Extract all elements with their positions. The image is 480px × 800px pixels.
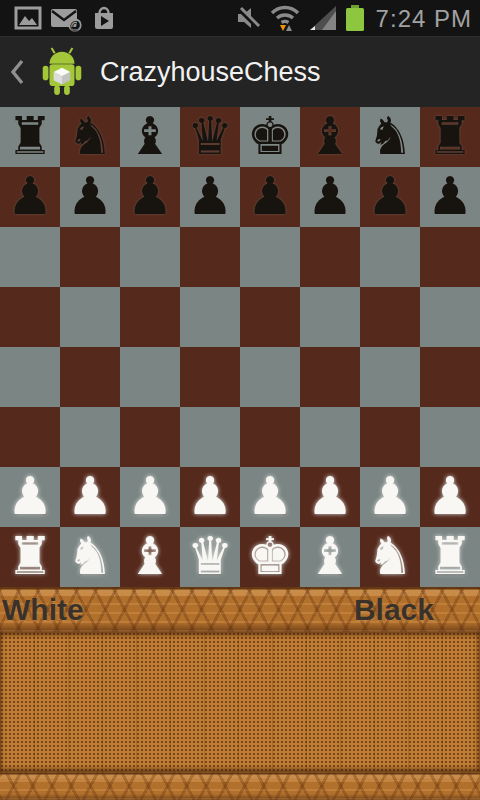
- square-a8[interactable]: ♜: [0, 107, 60, 167]
- square-b4[interactable]: [60, 347, 120, 407]
- square-h8[interactable]: ♜: [420, 107, 480, 167]
- square-b6[interactable]: [60, 227, 120, 287]
- square-e3[interactable]: [240, 407, 300, 467]
- square-f2[interactable]: ♟: [300, 467, 360, 527]
- square-c5[interactable]: [120, 287, 180, 347]
- app-icon[interactable]: [40, 47, 84, 97]
- square-h3[interactable]: [420, 407, 480, 467]
- square-g4[interactable]: [360, 347, 420, 407]
- black-pawn: ♟: [120, 167, 180, 227]
- square-a5[interactable]: [0, 287, 60, 347]
- black-pawn: ♟: [180, 167, 240, 227]
- square-g3[interactable]: [360, 407, 420, 467]
- square-h1[interactable]: ♜: [420, 527, 480, 587]
- square-g1[interactable]: ♞: [360, 527, 420, 587]
- square-e6[interactable]: [240, 227, 300, 287]
- square-c4[interactable]: [120, 347, 180, 407]
- black-pawn: ♟: [360, 167, 420, 227]
- black-queen: ♛: [180, 107, 240, 167]
- white-pawn: ♟: [300, 467, 360, 527]
- square-f5[interactable]: [300, 287, 360, 347]
- square-g2[interactable]: ♟: [360, 467, 420, 527]
- square-d6[interactable]: [180, 227, 240, 287]
- black-pawn: ♟: [0, 167, 60, 227]
- black-bishop: ♝: [120, 107, 180, 167]
- square-a6[interactable]: [0, 227, 60, 287]
- black-player-label: Black: [354, 587, 434, 632]
- white-queen: ♛: [180, 527, 240, 587]
- square-h5[interactable]: [420, 287, 480, 347]
- square-e8[interactable]: ♚: [240, 107, 300, 167]
- square-e1[interactable]: ♚: [240, 527, 300, 587]
- white-pawn: ♟: [420, 467, 480, 527]
- white-player-label: White: [2, 587, 84, 632]
- black-rook: ♜: [420, 107, 480, 167]
- square-c7[interactable]: ♟: [120, 167, 180, 227]
- page-title: CrazyhouseChess: [100, 57, 321, 88]
- battery-icon: [344, 3, 366, 33]
- square-d3[interactable]: [180, 407, 240, 467]
- white-knight: ♞: [60, 527, 120, 587]
- bottom-wood-trim: [0, 772, 480, 800]
- mute-icon: [234, 4, 262, 32]
- play-store-icon: [90, 4, 118, 32]
- square-e2[interactable]: ♟: [240, 467, 300, 527]
- black-knight: ♞: [60, 107, 120, 167]
- square-c2[interactable]: ♟: [120, 467, 180, 527]
- square-d2[interactable]: ♟: [180, 467, 240, 527]
- square-b2[interactable]: ♟: [60, 467, 120, 527]
- square-b7[interactable]: ♟: [60, 167, 120, 227]
- square-h2[interactable]: ♟: [420, 467, 480, 527]
- white-pawn: ♟: [0, 467, 60, 527]
- black-bishop: ♝: [300, 107, 360, 167]
- square-f3[interactable]: [300, 407, 360, 467]
- square-f6[interactable]: [300, 227, 360, 287]
- white-pawn: ♟: [180, 467, 240, 527]
- square-e5[interactable]: [240, 287, 300, 347]
- app-screen: @: [0, 0, 480, 800]
- square-g5[interactable]: [360, 287, 420, 347]
- white-pawn: ♟: [120, 467, 180, 527]
- square-g6[interactable]: [360, 227, 420, 287]
- square-c8[interactable]: ♝: [120, 107, 180, 167]
- square-b3[interactable]: [60, 407, 120, 467]
- white-bishop: ♝: [300, 527, 360, 587]
- white-king: ♚: [240, 527, 300, 587]
- square-c6[interactable]: [120, 227, 180, 287]
- square-b8[interactable]: ♞: [60, 107, 120, 167]
- gallery-icon: [14, 4, 42, 32]
- square-h6[interactable]: [420, 227, 480, 287]
- wifi-icon: [268, 3, 302, 33]
- square-d7[interactable]: ♟: [180, 167, 240, 227]
- black-pawn: ♟: [300, 167, 360, 227]
- black-king: ♚: [240, 107, 300, 167]
- svg-text:@: @: [69, 19, 80, 31]
- square-b1[interactable]: ♞: [60, 527, 120, 587]
- black-pawn: ♟: [60, 167, 120, 227]
- white-rook: ♜: [420, 527, 480, 587]
- square-a3[interactable]: [0, 407, 60, 467]
- player-strip: White Black: [0, 587, 480, 632]
- square-b5[interactable]: [60, 287, 120, 347]
- square-f8[interactable]: ♝: [300, 107, 360, 167]
- square-a4[interactable]: [0, 347, 60, 407]
- square-f7[interactable]: ♟: [300, 167, 360, 227]
- square-d5[interactable]: [180, 287, 240, 347]
- square-h4[interactable]: [420, 347, 480, 407]
- black-rook: ♜: [0, 107, 60, 167]
- clock-time: 7:24 PM: [372, 0, 474, 37]
- square-h7[interactable]: ♟: [420, 167, 480, 227]
- black-pawn: ♟: [420, 167, 480, 227]
- white-knight: ♞: [360, 527, 420, 587]
- status-bar-notifications: @: [6, 4, 118, 32]
- white-pawn: ♟: [360, 467, 420, 527]
- square-a1[interactable]: ♜: [0, 527, 60, 587]
- square-d4[interactable]: [180, 347, 240, 407]
- back-chevron-icon[interactable]: [8, 56, 26, 88]
- title-bar: CrazyhouseChess: [0, 37, 480, 107]
- square-c1[interactable]: ♝: [120, 527, 180, 587]
- square-e7[interactable]: ♟: [240, 167, 300, 227]
- white-rook: ♜: [0, 527, 60, 587]
- black-knight: ♞: [360, 107, 420, 167]
- white-pawn: ♟: [60, 467, 120, 527]
- signal-icon: [308, 4, 338, 32]
- square-e4[interactable]: [240, 347, 300, 407]
- square-c3[interactable]: [120, 407, 180, 467]
- square-f1[interactable]: ♝: [300, 527, 360, 587]
- square-d1[interactable]: ♛: [180, 527, 240, 587]
- status-bar: @: [0, 0, 480, 37]
- captured-pieces-tray[interactable]: [0, 632, 480, 772]
- status-bar-system: 7:24 PM: [234, 0, 474, 37]
- square-f4[interactable]: [300, 347, 360, 407]
- white-pawn: ♟: [240, 467, 300, 527]
- square-a7[interactable]: ♟: [0, 167, 60, 227]
- square-g8[interactable]: ♞: [360, 107, 420, 167]
- square-g7[interactable]: ♟: [360, 167, 420, 227]
- black-pawn: ♟: [240, 167, 300, 227]
- chess-board: ♜♞♝♛♚♝♞♜♟♟♟♟♟♟♟♟♟♟♟♟♟♟♟♟♜♞♝♛♚♝♞♜: [0, 107, 480, 587]
- email-icon: @: [50, 4, 82, 32]
- square-a2[interactable]: ♟: [0, 467, 60, 527]
- white-bishop: ♝: [120, 527, 180, 587]
- square-d8[interactable]: ♛: [180, 107, 240, 167]
